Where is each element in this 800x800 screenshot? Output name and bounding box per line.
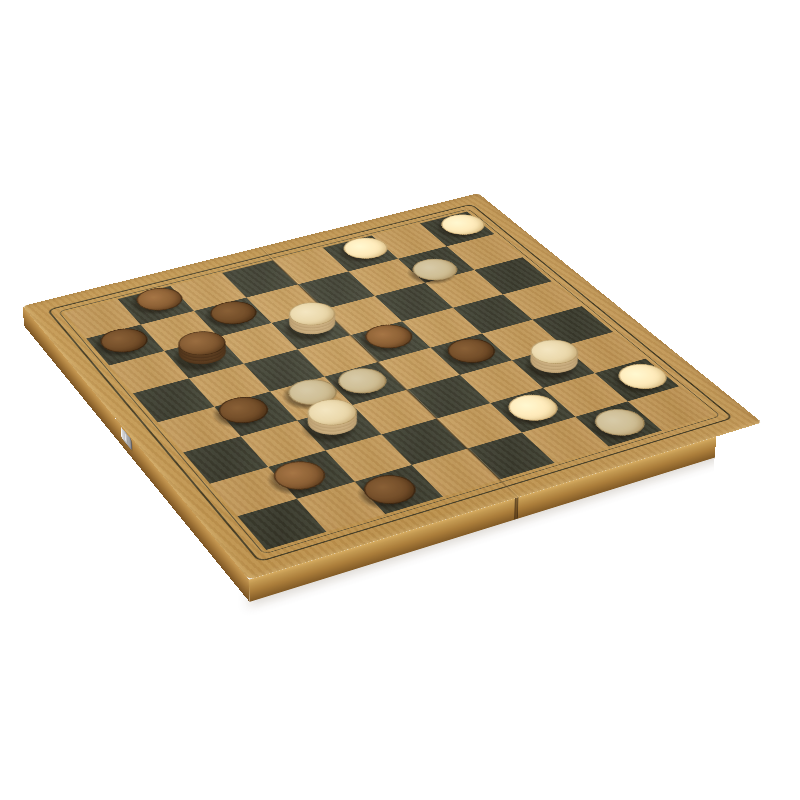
photo-background (0, 0, 800, 800)
fold-rail-split (514, 497, 518, 520)
checkers-board (23, 193, 763, 580)
board-surface (23, 193, 763, 580)
